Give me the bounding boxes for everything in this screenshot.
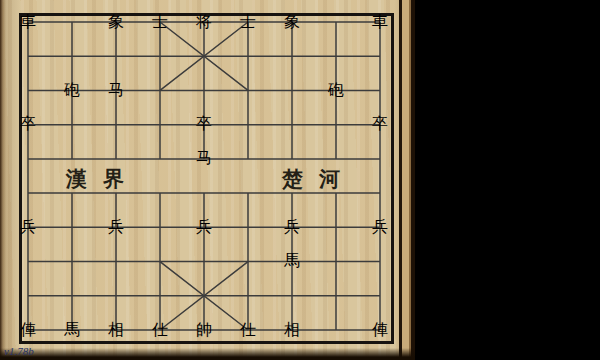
version-label: v1.78b bbox=[4, 345, 34, 357]
piece-red-advisor[interactable]: 仕 bbox=[230, 312, 266, 348]
piece-red-soldier[interactable]: 兵 bbox=[10, 209, 46, 245]
piece-black-chariot[interactable]: 車 bbox=[362, 4, 398, 40]
piece-black-soldier[interactable]: 卒 bbox=[362, 107, 398, 143]
piece-black-elephant[interactable]: 象 bbox=[98, 4, 134, 40]
piece-black-elephant[interactable]: 象 bbox=[274, 4, 310, 40]
piece-red-soldier[interactable]: 兵 bbox=[98, 209, 134, 245]
piece-black-soldier[interactable]: 卒 bbox=[186, 107, 222, 143]
piece-red-soldier[interactable]: 兵 bbox=[362, 209, 398, 245]
board-bottom-edge bbox=[0, 348, 415, 360]
point-marker bbox=[270, 108, 314, 142]
piece-red-chariot[interactable]: 俥 bbox=[10, 312, 46, 348]
board-left-edge bbox=[0, 0, 6, 360]
piece-black-advisor[interactable]: 士 bbox=[230, 4, 266, 40]
piece-black-advisor[interactable]: 士 bbox=[142, 4, 178, 40]
piece-black-horse[interactable]: 马 bbox=[186, 141, 222, 177]
piece-red-advisor[interactable]: 仕 bbox=[142, 312, 178, 348]
piece-red-horse[interactable]: 馬 bbox=[54, 312, 90, 348]
piece-red-elephant[interactable]: 相 bbox=[98, 312, 134, 348]
piece-black-cannon[interactable]: 砲 bbox=[318, 73, 354, 109]
piece-black-cannon[interactable]: 砲 bbox=[54, 73, 90, 109]
xiangqi-board[interactable]: 漢界 楚河 車象士将士象車砲马砲卒卒卒马兵兵兵兵兵馬俥馬相仕帥仕相俥 v1.78… bbox=[0, 0, 415, 360]
piece-red-horse[interactable]: 馬 bbox=[274, 244, 310, 280]
board-right-edge bbox=[399, 0, 415, 360]
piece-black-horse[interactable]: 马 bbox=[98, 73, 134, 109]
point-marker bbox=[314, 245, 358, 279]
piece-black-general[interactable]: 将 bbox=[186, 4, 222, 40]
piece-red-soldier[interactable]: 兵 bbox=[186, 209, 222, 245]
piece-red-soldier[interactable]: 兵 bbox=[274, 209, 310, 245]
point-marker bbox=[50, 245, 94, 279]
piece-red-chariot[interactable]: 俥 bbox=[362, 312, 398, 348]
piece-black-chariot[interactable]: 車 bbox=[10, 4, 46, 40]
last-move-from-marker bbox=[94, 108, 138, 142]
xiangqi-app-window: 漢界 楚河 車象士将士象車砲马砲卒卒卒马兵兵兵兵兵馬俥馬相仕帥仕相俥 v1.78… bbox=[0, 0, 600, 360]
piece-red-general[interactable]: 帥 bbox=[186, 312, 222, 348]
piece-red-elephant[interactable]: 相 bbox=[274, 312, 310, 348]
piece-black-soldier[interactable]: 卒 bbox=[10, 107, 46, 143]
board-intersections-grid[interactable]: 車象士将士象車砲马砲卒卒卒马兵兵兵兵兵馬俥馬相仕帥仕相俥 bbox=[6, 5, 402, 347]
